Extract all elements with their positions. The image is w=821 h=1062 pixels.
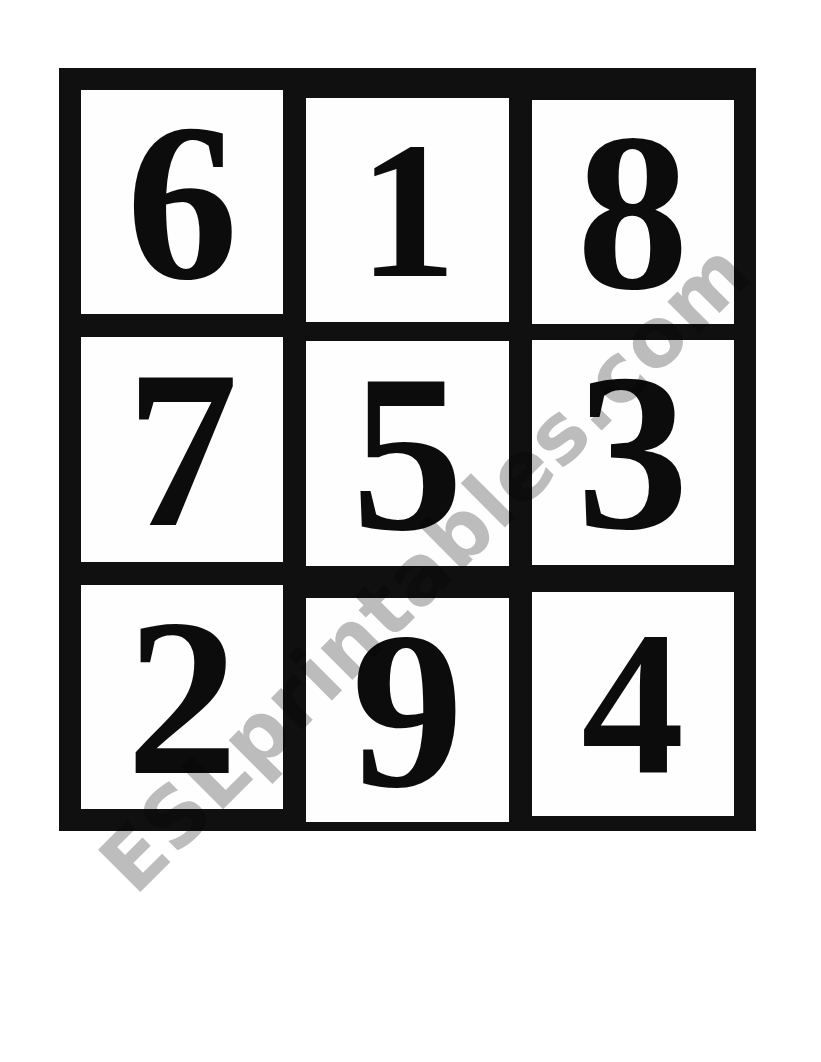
cell-r1c3: 8 — [532, 100, 734, 324]
cell-r2c1: 7 — [81, 337, 283, 561]
cell-r3c1: 2 — [81, 585, 283, 809]
cell-r3c2: 9 — [306, 598, 508, 822]
magic-square-board: 6 1 8 7 5 3 2 9 4 — [59, 68, 756, 831]
cell-r1c2: 1 — [306, 98, 508, 322]
cell-r2c2: 5 — [306, 341, 508, 565]
worksheet-page: 6 1 8 7 5 3 2 9 4 ESLprintables.com — [0, 0, 821, 1062]
cell-r2c3: 3 — [532, 340, 734, 564]
cell-r3c3: 4 — [532, 592, 734, 816]
cell-r1c1: 6 — [81, 90, 283, 314]
